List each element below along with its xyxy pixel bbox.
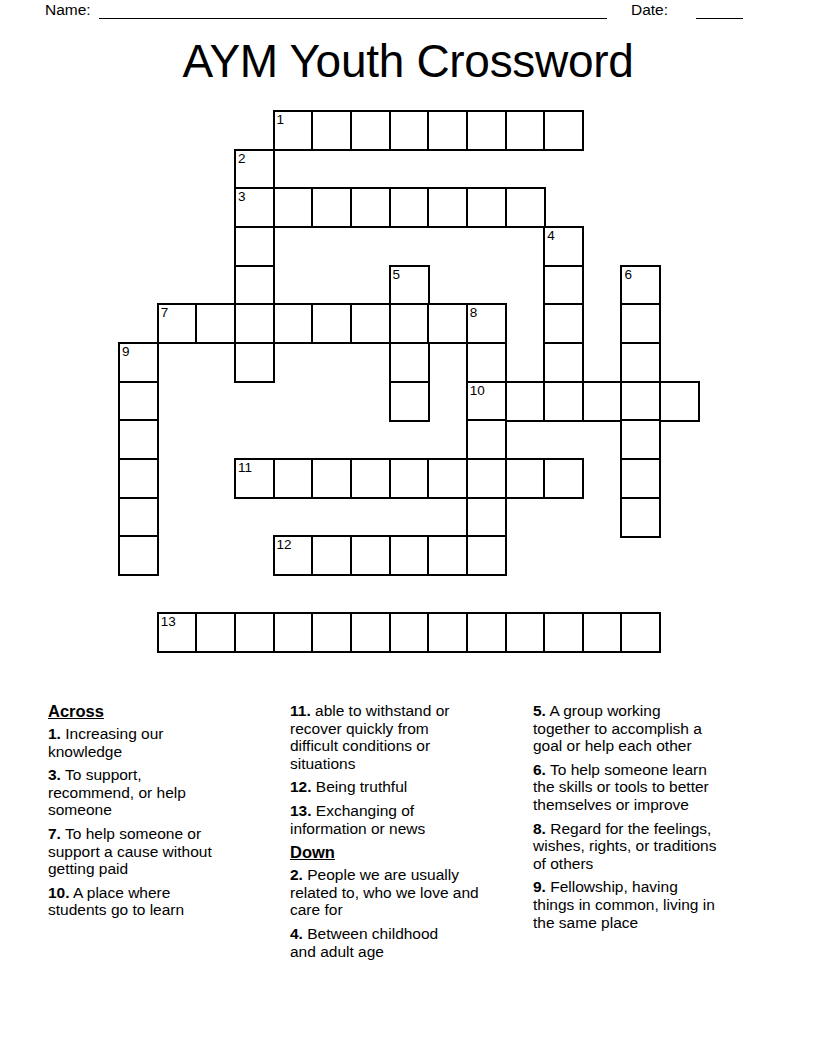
clue-1: 1. Increasing our knowledge [48, 725, 286, 760]
clue-number: 11. [290, 702, 311, 719]
clue-text: To help someone or support a cause witho… [48, 825, 212, 877]
clue-column-2: 11. able to withstand or recover quickly… [290, 702, 538, 966]
grid-cell-r5c11[interactable] [543, 303, 584, 344]
clue-3: 3. To support, recommend, or help someon… [48, 766, 286, 819]
clue-2: 2. People we are usually related to, who… [290, 866, 538, 919]
grid-cell-r8c9[interactable] [466, 419, 507, 460]
cell-number: 4 [547, 228, 555, 243]
grid-cell-r9c10[interactable] [505, 458, 546, 499]
grid-cell-r11c5[interactable] [311, 535, 352, 576]
clue-text: able to withstand or recover quickly fro… [290, 702, 449, 772]
clue-8: 8. Regard for the feelings, wishes, righ… [533, 820, 785, 873]
clue-text: Fellowship, having things in common, liv… [533, 878, 715, 930]
clue-number: 2. [290, 866, 303, 883]
clue-number: 9. [533, 878, 546, 895]
cell-number: 12 [277, 537, 292, 552]
grid-cell-r9c9[interactable] [466, 458, 507, 499]
clue-9: 9. Fellowship, having things in common, … [533, 878, 785, 931]
grid-cell-r7c7[interactable] [389, 381, 430, 422]
grid-cell-r6c3[interactable] [234, 342, 275, 383]
grid-cell-r4c3[interactable] [234, 265, 275, 306]
crossword-grid: 12345678910111213 [118, 110, 699, 652]
grid-cell-r0c10[interactable] [505, 110, 546, 151]
clue-list-heading-down: Down [290, 843, 538, 861]
cell-number: 1 [277, 112, 285, 127]
grid-cell-r5c3[interactable] [234, 303, 275, 344]
grid-cell-r11c9[interactable] [466, 535, 507, 576]
grid-cell-r13c3[interactable] [234, 612, 275, 653]
grid-cell-r2c6[interactable] [350, 187, 391, 228]
clue-text: People we are usually related to, who we… [290, 866, 479, 918]
grid-cell-r6c9[interactable] [466, 342, 507, 383]
cell-number: 5 [393, 267, 401, 282]
clue-column-3: 5. A group working together to accomplis… [533, 702, 785, 937]
grid-cell-r0c6[interactable] [350, 110, 391, 151]
clue-number: 10. [48, 884, 70, 901]
grid-cell-r13c7[interactable] [389, 612, 430, 653]
grid-cell-r9c13[interactable] [620, 458, 661, 499]
clue-text: Increasing our knowledge [48, 725, 163, 760]
clue-text: To support, recommend, or help someone [48, 766, 186, 818]
clue-number: 1. [48, 725, 61, 742]
grid-cell-r9c5[interactable] [311, 458, 352, 499]
clue-6: 6. To help someone learn the skills or t… [533, 761, 785, 814]
clue-number: 5. [533, 702, 546, 719]
worksheet-page: Name: Date: AYM Youth Crossword 12345678… [0, 0, 816, 1056]
cell-number: 6 [624, 267, 632, 282]
grid-cell-r9c0[interactable] [118, 458, 159, 499]
clue-text: To help someone learn the skills or tool… [533, 761, 709, 813]
grid-cell-r11c6[interactable] [350, 535, 391, 576]
grid-cell-r2c8[interactable] [427, 187, 468, 228]
cell-number: 11 [238, 460, 252, 475]
grid-cell-r11c8[interactable] [427, 535, 468, 576]
grid-cell-r11c4[interactable]: 12 [273, 535, 314, 576]
grid-cell-r13c11[interactable] [543, 612, 584, 653]
clue-4: 4. Between childhood and adult age [290, 925, 538, 960]
grid-cell-r0c11[interactable] [543, 110, 584, 151]
cell-number: 9 [122, 344, 130, 359]
clue-number: 3. [48, 766, 61, 783]
grid-cell-r8c0[interactable] [118, 419, 159, 460]
grid-cell-r7c11[interactable] [543, 381, 584, 422]
grid-cell-r13c5[interactable] [311, 612, 352, 653]
grid-cell-r0c5[interactable] [311, 110, 352, 151]
cell-number: 2 [238, 151, 246, 166]
grid-cell-r3c11[interactable]: 4 [543, 226, 584, 267]
clue-text: Regard for the feelings, wishes, rights,… [533, 820, 717, 872]
clue-10: 10. A place where students go to learn [48, 884, 286, 919]
grid-cell-r0c4[interactable]: 1 [273, 110, 314, 151]
date-label: Date: [631, 1, 668, 19]
clue-7: 7. To help someone or support a cause wi… [48, 825, 286, 878]
grid-cell-r13c1[interactable]: 13 [157, 612, 198, 653]
clue-13: 13. Exchanging of information or news [290, 802, 538, 837]
grid-cell-r10c0[interactable] [118, 497, 159, 538]
grid-cell-r5c6[interactable] [350, 303, 391, 344]
clue-number: 6. [533, 761, 546, 778]
grid-cell-r9c3[interactable]: 11 [234, 458, 275, 499]
cell-number: 13 [161, 614, 176, 629]
grid-cell-r2c5[interactable] [311, 187, 352, 228]
clue-11: 11. able to withstand or recover quickly… [290, 702, 538, 772]
grid-cell-r7c14[interactable] [659, 381, 700, 422]
grid-cell-r7c9[interactable]: 10 [466, 381, 507, 422]
grid-cell-r11c7[interactable] [389, 535, 430, 576]
grid-cell-r13c8[interactable] [427, 612, 468, 653]
grid-cell-r9c6[interactable] [350, 458, 391, 499]
grid-cell-r10c13[interactable] [620, 497, 661, 538]
grid-cell-r8c13[interactable] [620, 419, 661, 460]
grid-cell-r4c13[interactable]: 6 [620, 265, 661, 306]
grid-cell-r2c9[interactable] [466, 187, 507, 228]
clue-12: 12. Being truthful [290, 778, 538, 796]
clue-5: 5. A group working together to accomplis… [533, 702, 785, 755]
grid-cell-r7c10[interactable] [505, 381, 546, 422]
grid-cell-r1c3[interactable]: 2 [234, 149, 275, 190]
grid-cell-r4c7[interactable]: 5 [389, 265, 430, 306]
grid-cell-r5c1[interactable]: 7 [157, 303, 198, 344]
grid-cell-r2c3[interactable]: 3 [234, 187, 275, 228]
grid-cell-r13c10[interactable] [505, 612, 546, 653]
grid-cell-r5c7[interactable] [389, 303, 430, 344]
grid-cell-r5c5[interactable] [311, 303, 352, 344]
grid-cell-r13c13[interactable] [620, 612, 661, 653]
name-label: Name: [45, 1, 91, 19]
clue-number: 7. [48, 825, 61, 842]
grid-cell-r6c0[interactable]: 9 [118, 342, 159, 383]
page-title: AYM Youth Crossword [0, 33, 816, 89]
grid-cell-r7c12[interactable] [582, 381, 623, 422]
grid-cell-r2c7[interactable] [389, 187, 430, 228]
grid-cell-r13c6[interactable] [350, 612, 391, 653]
clue-list-heading-across: Across [48, 702, 286, 720]
grid-cell-r13c12[interactable] [582, 612, 623, 653]
clue-text: Being truthful [312, 778, 408, 795]
date-blank-line[interactable] [696, 2, 743, 19]
grid-cell-r0c9[interactable] [466, 110, 507, 151]
grid-cell-r5c8[interactable] [427, 303, 468, 344]
grid-cell-r6c7[interactable] [389, 342, 430, 383]
clue-number: 12. [290, 778, 312, 795]
grid-cell-r9c4[interactable] [273, 458, 314, 499]
grid-cell-r6c11[interactable] [543, 342, 584, 383]
cell-number: 7 [161, 305, 169, 320]
grid-cell-r7c0[interactable] [118, 381, 159, 422]
grid-cell-r3c3[interactable] [234, 226, 275, 267]
grid-cell-r5c4[interactable] [273, 303, 314, 344]
grid-cell-r10c9[interactable] [466, 497, 507, 538]
grid-cell-r11c0[interactable] [118, 535, 159, 576]
clue-text: Between childhood and adult age [290, 925, 438, 960]
grid-cell-r13c9[interactable] [466, 612, 507, 653]
grid-cell-r5c13[interactable] [620, 303, 661, 344]
clue-column-1: Across1. Increasing our knowledge3. To s… [48, 702, 286, 925]
clue-number: 8. [533, 820, 546, 837]
cell-number: 8 [470, 305, 478, 320]
grid-cell-r0c8[interactable] [427, 110, 468, 151]
grid-cell-r5c9[interactable]: 8 [466, 303, 507, 344]
grid-cell-r2c10[interactable] [505, 187, 546, 228]
grid-cell-r13c2[interactable] [195, 612, 236, 653]
name-blank-line[interactable] [99, 2, 607, 19]
grid-cell-r4c11[interactable] [543, 265, 584, 306]
grid-cell-r2c4[interactable] [273, 187, 314, 228]
grid-cell-r9c11[interactable] [543, 458, 584, 499]
grid-cell-r0c7[interactable] [389, 110, 430, 151]
clue-text: A group working together to accomplish a… [533, 702, 702, 754]
grid-cell-r9c8[interactable] [427, 458, 468, 499]
grid-cell-r7c13[interactable] [620, 381, 661, 422]
cell-number: 3 [238, 189, 246, 204]
clue-number: 4. [290, 925, 303, 942]
clue-number: 13. [290, 802, 312, 819]
cell-number: 10 [470, 383, 485, 398]
grid-cell-r6c13[interactable] [620, 342, 661, 383]
grid-cell-r13c4[interactable] [273, 612, 314, 653]
grid-cell-r9c7[interactable] [389, 458, 430, 499]
grid-cell-r5c2[interactable] [195, 303, 236, 344]
